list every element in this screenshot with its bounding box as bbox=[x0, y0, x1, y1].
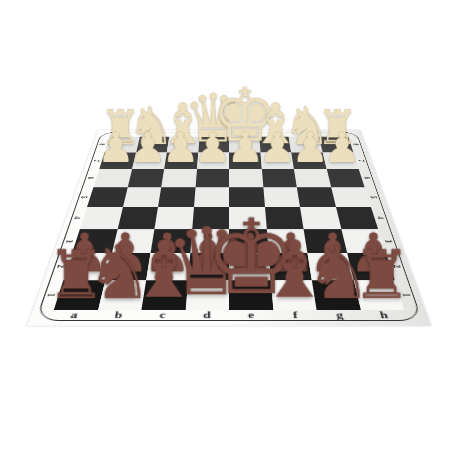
chess-board-mat: 87654321 87654321 abcdefgh ♜♞♝♛♚♝♞♜♟♟♟♟♟… bbox=[27, 130, 431, 326]
file-label-e: e bbox=[229, 310, 274, 320]
square-h1[interactable]: ♜ bbox=[353, 280, 404, 310]
rank-label-6: 6 bbox=[73, 175, 108, 180]
square-g7[interactable]: ♟ bbox=[291, 152, 326, 169]
file-label-f: f bbox=[273, 310, 318, 320]
product-photo-chess-set: { "game": "chess", "scene_note": "overhe… bbox=[0, 0, 458, 458]
file-label-d: d bbox=[184, 310, 229, 320]
square-b6[interactable] bbox=[127, 169, 164, 187]
file-label-c: c bbox=[140, 310, 185, 320]
rank-label-8: 8 bbox=[340, 142, 372, 146]
square-f7[interactable]: ♟ bbox=[260, 152, 294, 169]
square-b5[interactable] bbox=[123, 187, 162, 207]
square-e6[interactable] bbox=[229, 169, 263, 187]
rank-label-6: 6 bbox=[350, 175, 385, 180]
file-label-a: a bbox=[51, 310, 98, 320]
rank-label-7: 7 bbox=[345, 158, 378, 163]
file-label-h: h bbox=[360, 310, 407, 320]
square-d6[interactable] bbox=[195, 169, 229, 187]
rank-label-5: 5 bbox=[355, 194, 392, 200]
square-c6[interactable] bbox=[161, 169, 196, 187]
square-f6[interactable] bbox=[261, 169, 296, 187]
square-g5[interactable] bbox=[297, 187, 336, 207]
square-e7[interactable]: ♟ bbox=[229, 152, 261, 169]
square-c5[interactable] bbox=[158, 187, 195, 207]
file-labels-bottom: abcdefgh bbox=[51, 310, 408, 320]
file-label-g: g bbox=[317, 310, 363, 320]
rank-label-8: 8 bbox=[86, 142, 118, 146]
square-d7[interactable]: ♟ bbox=[197, 152, 229, 169]
scene: 87654321 87654321 abcdefgh ♜♞♝♛♚♝♞♜♟♟♟♟♟… bbox=[0, 0, 458, 458]
square-g6[interactable] bbox=[294, 169, 331, 187]
file-label-b: b bbox=[95, 310, 141, 320]
rank-label-5: 5 bbox=[66, 194, 103, 200]
rank-label-7: 7 bbox=[80, 158, 113, 163]
piece-brown-rook-h1[interactable]: ♜ bbox=[352, 243, 412, 310]
